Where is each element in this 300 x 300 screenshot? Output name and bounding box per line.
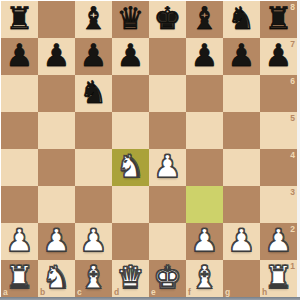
- piece-black-pawn[interactable]: ♟: [265, 40, 293, 71]
- square-d6[interactable]: [112, 75, 149, 112]
- square-a6[interactable]: [1, 75, 38, 112]
- square-a7[interactable]: ♟: [1, 38, 38, 75]
- piece-white-pawn[interactable]: ♟: [154, 151, 182, 182]
- rank-label-4: 4: [290, 151, 295, 160]
- square-b4[interactable]: [38, 149, 75, 186]
- piece-black-pawn[interactable]: ♟: [80, 40, 108, 71]
- piece-black-pawn[interactable]: ♟: [43, 40, 71, 71]
- square-a2[interactable]: ♟: [1, 223, 38, 260]
- square-h5[interactable]: 5: [260, 112, 297, 149]
- square-a4[interactable]: [1, 149, 38, 186]
- square-a1[interactable]: ♜a: [1, 260, 38, 297]
- square-e3[interactable]: [149, 186, 186, 223]
- square-c3[interactable]: [75, 186, 112, 223]
- square-b7[interactable]: ♟: [38, 38, 75, 75]
- square-f4[interactable]: [186, 149, 223, 186]
- square-g2[interactable]: ♟: [223, 223, 260, 260]
- square-d8[interactable]: ♛: [112, 1, 149, 38]
- square-h2[interactable]: ♟2: [260, 223, 297, 260]
- square-d3[interactable]: [112, 186, 149, 223]
- piece-black-pawn[interactable]: ♟: [228, 40, 256, 71]
- file-label-h: h: [262, 288, 267, 297]
- square-b5[interactable]: [38, 112, 75, 149]
- square-h7[interactable]: ♟7: [260, 38, 297, 75]
- piece-white-pawn[interactable]: ♟: [228, 225, 256, 256]
- piece-black-pawn[interactable]: ♟: [117, 40, 145, 71]
- chess-board: ♜♝♛♚♝♞♜8♟♟♟♟♟♟♟7♞65♞♟43♟♟♟♟♟♟2♜a♞b♝c♛d♚e…: [1, 1, 297, 297]
- file-label-e: e: [151, 288, 156, 297]
- square-a8[interactable]: ♜: [1, 1, 38, 38]
- square-h3[interactable]: 3: [260, 186, 297, 223]
- square-g7[interactable]: ♟: [223, 38, 260, 75]
- piece-black-pawn[interactable]: ♟: [191, 40, 219, 71]
- square-e4[interactable]: ♟: [149, 149, 186, 186]
- square-e5[interactable]: [149, 112, 186, 149]
- chess-app-page: ♜♝♛♚♝♞♜8♟♟♟♟♟♟♟7♞65♞♟43♟♟♟♟♟♟2♜a♞b♝c♛d♚e…: [0, 0, 300, 300]
- file-label-d: d: [114, 288, 119, 297]
- piece-white-pawn[interactable]: ♟: [6, 225, 34, 256]
- piece-white-pawn[interactable]: ♟: [80, 225, 108, 256]
- square-d2[interactable]: [112, 223, 149, 260]
- piece-white-knight[interactable]: ♞: [43, 262, 71, 293]
- piece-white-knight[interactable]: ♞: [117, 151, 145, 182]
- piece-black-knight[interactable]: ♞: [228, 3, 256, 34]
- square-f3[interactable]: [186, 186, 223, 223]
- piece-white-pawn[interactable]: ♟: [265, 225, 293, 256]
- square-f8[interactable]: ♝: [186, 1, 223, 38]
- piece-white-pawn[interactable]: ♟: [191, 225, 219, 256]
- piece-white-pawn[interactable]: ♟: [43, 225, 71, 256]
- square-d4[interactable]: ♞: [112, 149, 149, 186]
- square-b6[interactable]: [38, 75, 75, 112]
- file-label-f: f: [188, 288, 191, 297]
- piece-black-rook[interactable]: ♜: [6, 3, 34, 34]
- square-c8[interactable]: ♝: [75, 1, 112, 38]
- file-label-b: b: [40, 288, 45, 297]
- square-g8[interactable]: ♞: [223, 1, 260, 38]
- piece-black-bishop[interactable]: ♝: [80, 3, 108, 34]
- square-a5[interactable]: [1, 112, 38, 149]
- square-f7[interactable]: ♟: [186, 38, 223, 75]
- file-label-g: g: [225, 288, 230, 297]
- square-g3[interactable]: [223, 186, 260, 223]
- square-f6[interactable]: [186, 75, 223, 112]
- square-e2[interactable]: [149, 223, 186, 260]
- square-c5[interactable]: [75, 112, 112, 149]
- square-e8[interactable]: ♚: [149, 1, 186, 38]
- square-h4[interactable]: 4: [260, 149, 297, 186]
- piece-white-king[interactable]: ♚: [154, 262, 182, 293]
- square-h6[interactable]: 6: [260, 75, 297, 112]
- rank-label-3: 3: [290, 188, 295, 197]
- rank-label-2: 2: [290, 225, 295, 234]
- square-e7[interactable]: [149, 38, 186, 75]
- square-g4[interactable]: [223, 149, 260, 186]
- square-g1[interactable]: g: [223, 260, 260, 297]
- piece-black-knight[interactable]: ♞: [80, 77, 108, 108]
- file-label-c: c: [77, 288, 82, 297]
- square-h8[interactable]: ♜8: [260, 1, 297, 38]
- square-g5[interactable]: [223, 112, 260, 149]
- piece-black-rook[interactable]: ♜: [265, 3, 293, 34]
- square-c7[interactable]: ♟: [75, 38, 112, 75]
- square-e6[interactable]: [149, 75, 186, 112]
- square-g6[interactable]: [223, 75, 260, 112]
- rank-label-8: 8: [290, 3, 295, 12]
- square-f5[interactable]: [186, 112, 223, 149]
- square-d7[interactable]: ♟: [112, 38, 149, 75]
- square-b8[interactable]: [38, 1, 75, 38]
- rank-label-1: 1: [290, 262, 295, 271]
- square-b1[interactable]: ♞b: [38, 260, 75, 297]
- square-f2[interactable]: ♟: [186, 223, 223, 260]
- piece-white-rook[interactable]: ♜: [265, 262, 293, 293]
- square-d5[interactable]: [112, 112, 149, 149]
- square-b3[interactable]: [38, 186, 75, 223]
- piece-black-king[interactable]: ♚: [154, 3, 182, 34]
- square-c1[interactable]: ♝c: [75, 260, 112, 297]
- square-e1[interactable]: ♚e: [149, 260, 186, 297]
- rank-label-7: 7: [290, 40, 295, 49]
- square-b2[interactable]: ♟: [38, 223, 75, 260]
- piece-white-bishop[interactable]: ♝: [191, 262, 219, 293]
- square-f1[interactable]: ♝f: [186, 260, 223, 297]
- piece-black-pawn[interactable]: ♟: [6, 40, 34, 71]
- piece-black-queen[interactable]: ♛: [117, 3, 145, 34]
- board-right-edge: [297, 0, 300, 300]
- square-a3[interactable]: [1, 186, 38, 223]
- rank-label-6: 6: [290, 77, 295, 86]
- piece-white-bishop[interactable]: ♝: [80, 262, 108, 293]
- square-c6[interactable]: ♞: [75, 75, 112, 112]
- piece-white-rook[interactable]: ♜: [6, 262, 34, 293]
- square-h1[interactable]: ♜1h: [260, 260, 297, 297]
- file-label-a: a: [3, 288, 8, 297]
- square-c4[interactable]: [75, 149, 112, 186]
- rank-label-5: 5: [290, 114, 295, 123]
- piece-black-bishop[interactable]: ♝: [191, 3, 219, 34]
- square-c2[interactable]: ♟: [75, 223, 112, 260]
- square-d1[interactable]: ♛d: [112, 260, 149, 297]
- piece-white-queen[interactable]: ♛: [117, 262, 145, 293]
